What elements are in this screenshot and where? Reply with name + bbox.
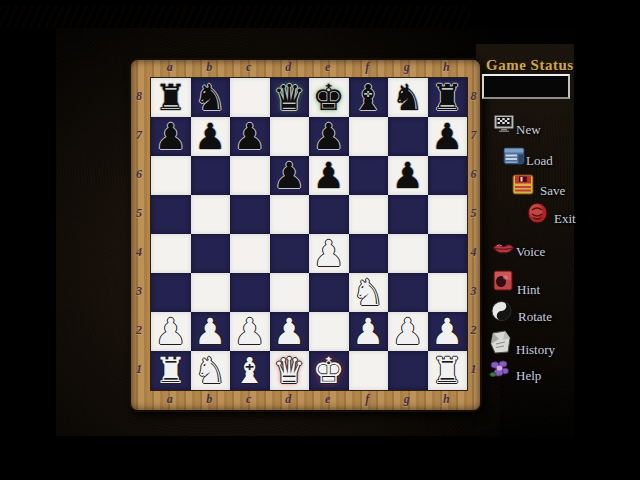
- coord-label: e: [308, 392, 348, 407]
- square-b4[interactable]: [191, 234, 231, 273]
- square-c3[interactable]: [230, 273, 270, 312]
- floppy-icon: [512, 174, 534, 199]
- coord-label: a: [150, 60, 190, 75]
- square-a6[interactable]: [151, 156, 191, 195]
- coord-label: 1: [131, 350, 147, 389]
- piece-white-pawn[interactable]: ♟: [313, 236, 345, 272]
- coord-label: 6: [467, 155, 480, 194]
- piece-white-knight[interactable]: ♞: [194, 353, 226, 389]
- square-c8[interactable]: [230, 78, 270, 117]
- square-c6[interactable]: [230, 156, 270, 195]
- coord-label: 4: [131, 233, 147, 272]
- coord-label: g: [387, 60, 427, 75]
- coord-label: 3: [467, 272, 480, 311]
- piece-black-pawn[interactable]: ♟: [431, 119, 463, 155]
- coord-label: d: [269, 392, 309, 407]
- menu-item-label: History: [516, 342, 555, 358]
- square-e5[interactable]: [309, 195, 349, 234]
- square-a7[interactable]: ♟: [151, 117, 191, 156]
- square-e1[interactable]: ♚: [309, 351, 349, 390]
- square-g2[interactable]: ♟: [388, 312, 428, 351]
- square-b6[interactable]: [191, 156, 231, 195]
- exit-button-icon: [527, 202, 548, 228]
- menu-item-new[interactable]: New: [494, 115, 589, 141]
- coord-label: e: [308, 60, 348, 75]
- square-f8[interactable]: ♝: [349, 78, 389, 117]
- piece-black-pawn[interactable]: ♟: [234, 119, 266, 155]
- square-h7[interactable]: ♟: [428, 117, 468, 156]
- menu-item-label: Save: [540, 183, 565, 199]
- square-h4[interactable]: [428, 234, 468, 273]
- piece-white-pawn[interactable]: ♟: [273, 314, 305, 350]
- coord-label: 4: [467, 233, 480, 272]
- piece-black-pawn[interactable]: ♟: [313, 119, 345, 155]
- square-a2[interactable]: ♟: [151, 312, 191, 351]
- square-a3[interactable]: [151, 273, 191, 312]
- menu-item-save[interactable]: Save: [512, 174, 607, 200]
- coord-label: d: [269, 60, 309, 75]
- square-e3[interactable]: [309, 273, 349, 312]
- square-e8[interactable]: ♚: [309, 78, 349, 117]
- monitor-icon: [494, 115, 515, 136]
- piece-black-rook[interactable]: ♜: [155, 80, 187, 116]
- menu-item-label: Exit: [554, 211, 576, 227]
- piece-white-pawn[interactable]: ♟: [392, 314, 424, 350]
- square-d4[interactable]: [270, 234, 310, 273]
- square-f3[interactable]: ♞: [349, 273, 389, 312]
- square-f6[interactable]: [349, 156, 389, 195]
- square-b7[interactable]: ♟: [191, 117, 231, 156]
- piece-black-rook[interactable]: ♜: [431, 80, 463, 116]
- piece-white-rook[interactable]: ♜: [155, 353, 187, 389]
- square-d6[interactable]: ♟: [270, 156, 310, 195]
- coord-label: 5: [131, 194, 147, 233]
- square-h8[interactable]: ♜: [428, 78, 468, 117]
- square-g4[interactable]: [388, 234, 428, 273]
- piece-white-pawn[interactable]: ♟: [234, 314, 266, 350]
- coord-label: c: [229, 392, 269, 407]
- square-a1[interactable]: ♜: [151, 351, 191, 390]
- coord-label: 1: [467, 350, 480, 389]
- coord-label: 6: [131, 155, 147, 194]
- coord-label: 2: [467, 311, 480, 350]
- menu-item-label: Load: [526, 153, 553, 169]
- square-a8[interactable]: ♜: [151, 78, 191, 117]
- square-h6[interactable]: [428, 156, 468, 195]
- hint-box-icon: [493, 269, 513, 296]
- coord-label: b: [190, 60, 230, 75]
- square-d8[interactable]: ♛: [270, 78, 310, 117]
- square-e2[interactable]: [309, 312, 349, 351]
- square-d2[interactable]: ♟: [270, 312, 310, 351]
- rank-labels-left: 87654321: [131, 77, 147, 389]
- coord-label: f: [348, 392, 388, 407]
- square-c5[interactable]: [230, 195, 270, 234]
- chess-board[interactable]: ♜♞♛♚♝♞♜♟♟♟♟♟♟♟♟♟♞♟♟♟♟♟♟♟♜♞♝♛♚♜: [150, 77, 468, 391]
- piece-white-knight[interactable]: ♞: [352, 275, 384, 311]
- square-a4[interactable]: [151, 234, 191, 273]
- coord-label: 8: [467, 77, 480, 116]
- piece-black-knight[interactable]: ♞: [194, 80, 226, 116]
- menu-item-label: Hint: [517, 282, 540, 298]
- background-texture: [0, 6, 470, 28]
- coord-label: c: [229, 60, 269, 75]
- coord-label: h: [427, 60, 467, 75]
- lips-icon: [492, 241, 515, 260]
- square-d1[interactable]: ♛: [270, 351, 310, 390]
- square-a5[interactable]: [151, 195, 191, 234]
- coord-label: 7: [131, 116, 147, 155]
- square-e7[interactable]: ♟: [309, 117, 349, 156]
- menu-item-label: Rotate: [518, 309, 552, 325]
- coord-label: f: [348, 60, 388, 75]
- yinyang-icon: [491, 300, 512, 326]
- square-b2[interactable]: ♟: [191, 312, 231, 351]
- square-h3[interactable]: [428, 273, 468, 312]
- piece-black-pawn[interactable]: ♟: [155, 119, 187, 155]
- square-c1[interactable]: ♝: [230, 351, 270, 390]
- coord-label: 5: [467, 194, 480, 233]
- square-h2[interactable]: ♟: [428, 312, 468, 351]
- piece-white-king[interactable]: ♚: [313, 353, 345, 389]
- piece-white-queen[interactable]: ♛: [273, 353, 305, 389]
- piece-black-pawn[interactable]: ♟: [313, 158, 345, 194]
- square-g1[interactable]: [388, 351, 428, 390]
- square-g7[interactable]: [388, 117, 428, 156]
- piece-white-pawn[interactable]: ♟: [431, 314, 463, 350]
- square-b8[interactable]: ♞: [191, 78, 231, 117]
- coord-label: 8: [131, 77, 147, 116]
- menu-item-label: New: [516, 122, 541, 138]
- square-d7[interactable]: [270, 117, 310, 156]
- menu-item-voice[interactable]: Voice: [492, 241, 587, 267]
- load-icon: [503, 146, 525, 170]
- piece-black-pawn[interactable]: ♟: [194, 119, 226, 155]
- piece-white-pawn[interactable]: ♟: [194, 314, 226, 350]
- menu-item-label: Voice: [516, 244, 545, 260]
- square-e6[interactable]: ♟: [309, 156, 349, 195]
- coord-label: g: [387, 392, 427, 407]
- coord-label: a: [150, 392, 190, 407]
- flower-icon: [489, 358, 510, 383]
- square-g8[interactable]: ♞: [388, 78, 428, 117]
- file-labels-top: abcdefgh: [150, 60, 466, 75]
- piece-white-pawn[interactable]: ♟: [352, 314, 384, 350]
- coord-label: b: [190, 392, 230, 407]
- square-f2[interactable]: ♟: [349, 312, 389, 351]
- piece-black-knight[interactable]: ♞: [392, 80, 424, 116]
- square-h5[interactable]: [428, 195, 468, 234]
- square-h1[interactable]: ♜: [428, 351, 468, 390]
- square-c4[interactable]: [230, 234, 270, 273]
- menu-item-rotate[interactable]: Rotate: [491, 300, 586, 326]
- square-f1[interactable]: [349, 351, 389, 390]
- menu-item-load[interactable]: Load: [503, 146, 598, 172]
- square-e4[interactable]: ♟: [309, 234, 349, 273]
- coord-label: 7: [467, 116, 480, 155]
- square-b5[interactable]: [191, 195, 231, 234]
- menu-item-exit[interactable]: Exit: [527, 202, 622, 228]
- rank-labels-right: 87654321: [467, 77, 480, 389]
- square-b1[interactable]: ♞: [191, 351, 231, 390]
- scroll-icon: [489, 330, 512, 359]
- piece-black-bishop[interactable]: ♝: [352, 80, 384, 116]
- piece-black-pawn[interactable]: ♟: [392, 158, 424, 194]
- menu-item-label: Help: [516, 368, 541, 384]
- square-d3[interactable]: [270, 273, 310, 312]
- square-g6[interactable]: ♟: [388, 156, 428, 195]
- menu-item-help[interactable]: Help: [489, 358, 584, 384]
- square-d5[interactable]: [270, 195, 310, 234]
- piece-white-pawn[interactable]: ♟: [155, 314, 187, 350]
- piece-white-rook[interactable]: ♜: [431, 353, 463, 389]
- square-f5[interactable]: [349, 195, 389, 234]
- coord-label: 3: [131, 272, 147, 311]
- file-labels-bottom: abcdefgh: [150, 392, 466, 407]
- square-c7[interactable]: ♟: [230, 117, 270, 156]
- piece-black-pawn[interactable]: ♟: [273, 158, 305, 194]
- square-c2[interactable]: ♟: [230, 312, 270, 351]
- piece-black-queen[interactable]: ♛: [273, 80, 305, 116]
- square-g3[interactable]: [388, 273, 428, 312]
- app-window: abcdefgh abcdefgh 87654321 87654321 ♜♞♛♚…: [0, 0, 640, 480]
- coord-label: h: [427, 392, 467, 407]
- game-status-title: Game Status: [486, 57, 574, 74]
- square-f4[interactable]: [349, 234, 389, 273]
- menu-item-history[interactable]: History: [489, 330, 584, 356]
- piece-black-king[interactable]: ♚: [313, 80, 345, 116]
- game-status-box: [482, 74, 570, 99]
- square-b3[interactable]: [191, 273, 231, 312]
- coord-label: 2: [131, 311, 147, 350]
- menu-item-hint[interactable]: Hint: [493, 269, 588, 295]
- square-g5[interactable]: [388, 195, 428, 234]
- piece-white-bishop[interactable]: ♝: [234, 353, 266, 389]
- square-f7[interactable]: [349, 117, 389, 156]
